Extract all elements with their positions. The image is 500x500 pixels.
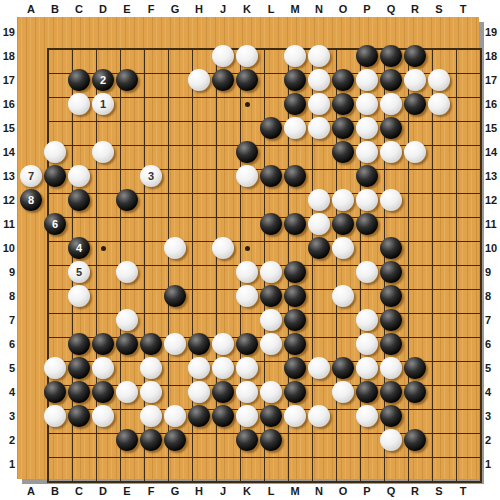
black-stone-L3[interactable] [260, 405, 282, 427]
black-stone-K6[interactable] [236, 333, 258, 355]
intersection-C9[interactable]: 5 [67, 260, 91, 284]
intersection-A14[interactable] [19, 140, 43, 164]
intersection-T14[interactable] [451, 140, 475, 164]
white-stone-N12[interactable] [308, 189, 330, 211]
intersection-K5[interactable] [235, 356, 259, 380]
intersection-F12[interactable] [139, 188, 163, 212]
intersection-H14[interactable] [187, 140, 211, 164]
black-stone-P18[interactable] [356, 45, 378, 67]
black-stone-E12[interactable] [116, 189, 138, 211]
white-stone-K13[interactable] [236, 165, 258, 187]
intersection-F5[interactable] [139, 356, 163, 380]
black-stone-L2[interactable] [260, 429, 282, 451]
white-stone-K8[interactable] [236, 285, 258, 307]
intersection-K13[interactable] [235, 164, 259, 188]
intersection-O11[interactable] [331, 212, 355, 236]
intersection-D6[interactable] [91, 332, 115, 356]
intersection-T19[interactable] [451, 20, 475, 44]
intersection-O15[interactable] [331, 116, 355, 140]
intersection-G10[interactable] [163, 236, 187, 260]
black-stone-M7[interactable] [284, 309, 306, 331]
black-stone-B11[interactable]: 6 [44, 213, 66, 235]
black-stone-C10[interactable]: 4 [68, 237, 90, 259]
intersection-S17[interactable] [427, 68, 451, 92]
intersection-H18[interactable] [187, 44, 211, 68]
white-stone-M3[interactable] [284, 405, 306, 427]
intersection-L2[interactable] [259, 428, 283, 452]
black-stone-P4[interactable] [356, 381, 378, 403]
intersection-R15[interactable] [403, 116, 427, 140]
black-stone-M9[interactable] [284, 261, 306, 283]
intersection-F1[interactable] [139, 452, 163, 476]
black-stone-R4[interactable] [404, 381, 426, 403]
white-stone-F3[interactable] [140, 405, 162, 427]
intersection-E8[interactable] [115, 284, 139, 308]
black-stone-R2[interactable] [404, 429, 426, 451]
black-stone-Q9[interactable] [380, 261, 402, 283]
intersection-Q2[interactable] [379, 428, 403, 452]
white-stone-D16[interactable]: 1 [92, 93, 114, 115]
white-stone-K3[interactable] [236, 405, 258, 427]
white-stone-N11[interactable] [308, 213, 330, 235]
intersection-A13[interactable]: 7 [19, 164, 43, 188]
intersection-Q13[interactable] [379, 164, 403, 188]
white-stone-P17[interactable] [356, 69, 378, 91]
intersection-D3[interactable] [91, 404, 115, 428]
white-stone-N5[interactable] [308, 357, 330, 379]
white-stone-N15[interactable] [308, 117, 330, 139]
white-stone-R17[interactable] [404, 69, 426, 91]
intersection-M4[interactable] [283, 380, 307, 404]
intersection-R7[interactable] [403, 308, 427, 332]
intersection-L9[interactable] [259, 260, 283, 284]
intersection-A7[interactable] [19, 308, 43, 332]
intersection-H8[interactable] [187, 284, 211, 308]
white-stone-M18[interactable] [284, 45, 306, 67]
intersection-B15[interactable] [43, 116, 67, 140]
intersection-G11[interactable] [163, 212, 187, 236]
intersection-B16[interactable] [43, 92, 67, 116]
intersection-A8[interactable] [19, 284, 43, 308]
black-stone-M11[interactable] [284, 213, 306, 235]
intersection-O10[interactable] [331, 236, 355, 260]
white-stone-F4[interactable] [140, 381, 162, 403]
intersection-S9[interactable] [427, 260, 451, 284]
intersection-K3[interactable] [235, 404, 259, 428]
intersection-B2[interactable] [43, 428, 67, 452]
intersection-R16[interactable] [403, 92, 427, 116]
intersection-P18[interactable] [355, 44, 379, 68]
black-stone-Q6[interactable] [380, 333, 402, 355]
white-stone-K18[interactable] [236, 45, 258, 67]
intersection-M10[interactable] [283, 236, 307, 260]
black-stone-L15[interactable] [260, 117, 282, 139]
intersection-B11[interactable]: 6 [43, 212, 67, 236]
black-stone-C5[interactable] [68, 357, 90, 379]
white-stone-Q2[interactable] [380, 429, 402, 451]
intersection-N13[interactable] [307, 164, 331, 188]
black-stone-H6[interactable] [188, 333, 210, 355]
intersection-H10[interactable] [187, 236, 211, 260]
intersection-P1[interactable] [355, 452, 379, 476]
white-stone-O12[interactable] [332, 189, 354, 211]
black-stone-B13[interactable] [44, 165, 66, 187]
white-stone-K4[interactable] [236, 381, 258, 403]
white-stone-D5[interactable] [92, 357, 114, 379]
intersection-E3[interactable] [115, 404, 139, 428]
white-stone-F5[interactable] [140, 357, 162, 379]
white-stone-J5[interactable] [212, 357, 234, 379]
white-stone-P14[interactable] [356, 141, 378, 163]
intersection-G17[interactable] [163, 68, 187, 92]
intersection-L14[interactable] [259, 140, 283, 164]
white-stone-K9[interactable] [236, 261, 258, 283]
intersection-H6[interactable] [187, 332, 211, 356]
black-stone-K17[interactable] [236, 69, 258, 91]
intersection-F18[interactable] [139, 44, 163, 68]
intersection-A10[interactable] [19, 236, 43, 260]
intersection-K15[interactable] [235, 116, 259, 140]
black-stone-A12[interactable]: 8 [20, 189, 42, 211]
white-stone-J6[interactable] [212, 333, 234, 355]
intersection-J19[interactable] [211, 20, 235, 44]
intersection-M12[interactable] [283, 188, 307, 212]
white-stone-D3[interactable] [92, 405, 114, 427]
intersection-Q3[interactable] [379, 404, 403, 428]
intersection-Q5[interactable] [379, 356, 403, 380]
intersection-R8[interactable] [403, 284, 427, 308]
intersection-D15[interactable] [91, 116, 115, 140]
intersection-R18[interactable] [403, 44, 427, 68]
intersection-T11[interactable] [451, 212, 475, 236]
intersection-J12[interactable] [211, 188, 235, 212]
intersection-O3[interactable] [331, 404, 355, 428]
intersection-D1[interactable] [91, 452, 115, 476]
intersection-C14[interactable] [67, 140, 91, 164]
black-stone-J17[interactable] [212, 69, 234, 91]
intersection-E12[interactable] [115, 188, 139, 212]
intersection-F2[interactable] [139, 428, 163, 452]
intersection-T15[interactable] [451, 116, 475, 140]
intersection-Q4[interactable] [379, 380, 403, 404]
intersection-K12[interactable] [235, 188, 259, 212]
white-stone-G10[interactable] [164, 237, 186, 259]
white-stone-O4[interactable] [332, 381, 354, 403]
intersection-F14[interactable] [139, 140, 163, 164]
white-stone-J18[interactable] [212, 45, 234, 67]
intersection-M7[interactable] [283, 308, 307, 332]
intersection-D14[interactable] [91, 140, 115, 164]
intersection-G8[interactable] [163, 284, 187, 308]
intersection-E7[interactable] [115, 308, 139, 332]
white-stone-E4[interactable] [116, 381, 138, 403]
intersection-R12[interactable] [403, 188, 427, 212]
intersection-L13[interactable] [259, 164, 283, 188]
black-stone-M17[interactable] [284, 69, 306, 91]
black-stone-G2[interactable] [164, 429, 186, 451]
intersection-S4[interactable] [427, 380, 451, 404]
intersection-H5[interactable] [187, 356, 211, 380]
black-stone-C12[interactable] [68, 189, 90, 211]
intersection-P6[interactable] [355, 332, 379, 356]
black-stone-Q15[interactable] [380, 117, 402, 139]
intersection-B5[interactable] [43, 356, 67, 380]
intersection-O7[interactable] [331, 308, 355, 332]
white-stone-H17[interactable] [188, 69, 210, 91]
intersection-G12[interactable] [163, 188, 187, 212]
intersection-K1[interactable] [235, 452, 259, 476]
intersection-Q17[interactable] [379, 68, 403, 92]
intersection-C3[interactable] [67, 404, 91, 428]
intersection-N17[interactable] [307, 68, 331, 92]
black-stone-Q17[interactable] [380, 69, 402, 91]
intersection-Q6[interactable] [379, 332, 403, 356]
intersection-J15[interactable] [211, 116, 235, 140]
intersection-O18[interactable] [331, 44, 355, 68]
black-stone-C4[interactable] [68, 381, 90, 403]
intersection-K16[interactable] [235, 92, 259, 116]
intersection-A9[interactable] [19, 260, 43, 284]
intersection-R1[interactable] [403, 452, 427, 476]
intersection-T9[interactable] [451, 260, 475, 284]
intersection-A6[interactable] [19, 332, 43, 356]
black-stone-M6[interactable] [284, 333, 306, 355]
intersection-R5[interactable] [403, 356, 427, 380]
white-stone-P6[interactable] [356, 333, 378, 355]
intersection-C8[interactable] [67, 284, 91, 308]
intersection-P11[interactable] [355, 212, 379, 236]
intersection-G5[interactable] [163, 356, 187, 380]
intersection-C6[interactable] [67, 332, 91, 356]
intersection-K7[interactable] [235, 308, 259, 332]
intersection-L18[interactable] [259, 44, 283, 68]
intersection-L15[interactable] [259, 116, 283, 140]
intersection-D19[interactable] [91, 20, 115, 44]
intersection-A11[interactable] [19, 212, 43, 236]
intersection-P17[interactable] [355, 68, 379, 92]
intersection-D10[interactable] [91, 236, 115, 260]
black-stone-M5[interactable] [284, 357, 306, 379]
intersection-P3[interactable] [355, 404, 379, 428]
intersection-J5[interactable] [211, 356, 235, 380]
white-stone-P16[interactable] [356, 93, 378, 115]
black-stone-P11[interactable] [356, 213, 378, 235]
intersection-H3[interactable] [187, 404, 211, 428]
black-stone-L8[interactable] [260, 285, 282, 307]
intersection-N16[interactable] [307, 92, 331, 116]
intersection-P14[interactable] [355, 140, 379, 164]
intersection-P8[interactable] [355, 284, 379, 308]
intersection-D9[interactable] [91, 260, 115, 284]
intersection-D5[interactable] [91, 356, 115, 380]
intersection-H1[interactable] [187, 452, 211, 476]
intersection-J1[interactable] [211, 452, 235, 476]
intersection-R2[interactable] [403, 428, 427, 452]
white-stone-H5[interactable] [188, 357, 210, 379]
intersection-N11[interactable] [307, 212, 331, 236]
intersection-H7[interactable] [187, 308, 211, 332]
intersection-T10[interactable] [451, 236, 475, 260]
intersection-B10[interactable] [43, 236, 67, 260]
intersection-B14[interactable] [43, 140, 67, 164]
intersection-G1[interactable] [163, 452, 187, 476]
white-stone-H4[interactable] [188, 381, 210, 403]
black-stone-E2[interactable] [116, 429, 138, 451]
intersection-S19[interactable] [427, 20, 451, 44]
intersection-N8[interactable] [307, 284, 331, 308]
intersection-T1[interactable] [451, 452, 475, 476]
intersection-F11[interactable] [139, 212, 163, 236]
intersection-Q15[interactable] [379, 116, 403, 140]
intersection-E4[interactable] [115, 380, 139, 404]
intersection-C15[interactable] [67, 116, 91, 140]
intersection-S10[interactable] [427, 236, 451, 260]
intersection-B17[interactable] [43, 68, 67, 92]
intersection-G18[interactable] [163, 44, 187, 68]
intersection-T2[interactable] [451, 428, 475, 452]
intersection-M11[interactable] [283, 212, 307, 236]
intersection-N6[interactable] [307, 332, 331, 356]
white-stone-N17[interactable] [308, 69, 330, 91]
intersection-M14[interactable] [283, 140, 307, 164]
intersection-B19[interactable] [43, 20, 67, 44]
intersection-E11[interactable] [115, 212, 139, 236]
white-stone-C16[interactable] [68, 93, 90, 115]
intersection-B8[interactable] [43, 284, 67, 308]
intersection-Q9[interactable] [379, 260, 403, 284]
intersection-A2[interactable] [19, 428, 43, 452]
intersection-J14[interactable] [211, 140, 235, 164]
intersection-T12[interactable] [451, 188, 475, 212]
intersection-M3[interactable] [283, 404, 307, 428]
black-stone-D4[interactable] [92, 381, 114, 403]
black-stone-Q10[interactable] [380, 237, 402, 259]
intersection-O12[interactable] [331, 188, 355, 212]
intersection-G13[interactable] [163, 164, 187, 188]
black-stone-Q4[interactable] [380, 381, 402, 403]
white-stone-A13[interactable]: 7 [20, 165, 42, 187]
intersection-M8[interactable] [283, 284, 307, 308]
intersection-E6[interactable] [115, 332, 139, 356]
intersection-N4[interactable] [307, 380, 331, 404]
white-stone-R14[interactable] [404, 141, 426, 163]
black-stone-C3[interactable] [68, 405, 90, 427]
white-stone-P3[interactable] [356, 405, 378, 427]
white-stone-L9[interactable] [260, 261, 282, 283]
intersection-M16[interactable] [283, 92, 307, 116]
intersection-E16[interactable] [115, 92, 139, 116]
intersection-K2[interactable] [235, 428, 259, 452]
black-stone-O16[interactable] [332, 93, 354, 115]
black-stone-Q3[interactable] [380, 405, 402, 427]
white-stone-C13[interactable] [68, 165, 90, 187]
intersection-N7[interactable] [307, 308, 331, 332]
intersection-N3[interactable] [307, 404, 331, 428]
black-stone-M8[interactable] [284, 285, 306, 307]
black-stone-L13[interactable] [260, 165, 282, 187]
intersection-M17[interactable] [283, 68, 307, 92]
intersection-H17[interactable] [187, 68, 211, 92]
intersection-O9[interactable] [331, 260, 355, 284]
intersection-R13[interactable] [403, 164, 427, 188]
intersection-H19[interactable] [187, 20, 211, 44]
intersection-R19[interactable] [403, 20, 427, 44]
intersection-L11[interactable] [259, 212, 283, 236]
intersection-C13[interactable] [67, 164, 91, 188]
intersection-L5[interactable] [259, 356, 283, 380]
black-stone-E6[interactable] [116, 333, 138, 355]
white-stone-S16[interactable] [428, 93, 450, 115]
intersection-C10[interactable]: 4 [67, 236, 91, 260]
white-stone-G3[interactable] [164, 405, 186, 427]
black-stone-E17[interactable] [116, 69, 138, 91]
intersection-P4[interactable] [355, 380, 379, 404]
intersection-P16[interactable] [355, 92, 379, 116]
black-stone-Q7[interactable] [380, 309, 402, 331]
intersection-N2[interactable] [307, 428, 331, 452]
intersection-T13[interactable] [451, 164, 475, 188]
intersection-A4[interactable] [19, 380, 43, 404]
intersection-C17[interactable] [67, 68, 91, 92]
intersection-R6[interactable] [403, 332, 427, 356]
white-stone-O10[interactable] [332, 237, 354, 259]
intersection-D12[interactable] [91, 188, 115, 212]
intersection-S12[interactable] [427, 188, 451, 212]
intersection-G3[interactable] [163, 404, 187, 428]
intersection-N18[interactable] [307, 44, 331, 68]
intersection-H12[interactable] [187, 188, 211, 212]
intersection-E2[interactable] [115, 428, 139, 452]
intersection-A1[interactable] [19, 452, 43, 476]
intersection-Q1[interactable] [379, 452, 403, 476]
intersection-G15[interactable] [163, 116, 187, 140]
intersection-G4[interactable] [163, 380, 187, 404]
white-stone-G6[interactable] [164, 333, 186, 355]
intersection-R3[interactable] [403, 404, 427, 428]
intersection-K18[interactable] [235, 44, 259, 68]
intersection-T7[interactable] [451, 308, 475, 332]
intersection-H9[interactable] [187, 260, 211, 284]
black-stone-C6[interactable] [68, 333, 90, 355]
intersection-H11[interactable] [187, 212, 211, 236]
intersection-F9[interactable] [139, 260, 163, 284]
intersection-S5[interactable] [427, 356, 451, 380]
intersection-Q19[interactable] [379, 20, 403, 44]
intersection-E9[interactable] [115, 260, 139, 284]
intersection-M1[interactable] [283, 452, 307, 476]
intersection-T8[interactable] [451, 284, 475, 308]
intersection-L1[interactable] [259, 452, 283, 476]
intersection-F10[interactable] [139, 236, 163, 260]
intersection-M6[interactable] [283, 332, 307, 356]
intersection-G16[interactable] [163, 92, 187, 116]
intersection-R11[interactable] [403, 212, 427, 236]
intersection-M19[interactable] [283, 20, 307, 44]
intersection-O14[interactable] [331, 140, 355, 164]
intersection-G14[interactable] [163, 140, 187, 164]
intersection-O2[interactable] [331, 428, 355, 452]
intersection-N14[interactable] [307, 140, 331, 164]
intersection-R14[interactable] [403, 140, 427, 164]
intersection-H13[interactable] [187, 164, 211, 188]
intersection-Q7[interactable] [379, 308, 403, 332]
intersection-A5[interactable] [19, 356, 43, 380]
intersection-D2[interactable] [91, 428, 115, 452]
intersection-J9[interactable] [211, 260, 235, 284]
black-stone-D6[interactable] [92, 333, 114, 355]
intersection-N5[interactable] [307, 356, 331, 380]
black-stone-Q8[interactable] [380, 285, 402, 307]
